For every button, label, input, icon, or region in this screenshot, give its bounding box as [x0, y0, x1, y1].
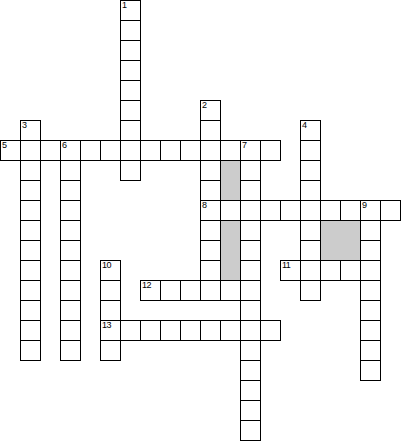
clue-number-12: 12	[142, 281, 151, 290]
numbers-layer: 12345678910111213	[0, 0, 401, 441]
clue-number-1: 1	[122, 1, 127, 10]
clue-number-5: 5	[2, 141, 7, 150]
clue-number-13: 13	[102, 321, 111, 330]
clue-number-8: 8	[202, 201, 207, 210]
clue-number-9: 9	[362, 201, 367, 210]
clue-number-4: 4	[302, 121, 307, 130]
crossword-grid: 12345678910111213	[0, 0, 401, 441]
clue-number-6: 6	[62, 141, 67, 150]
clue-number-2: 2	[202, 101, 207, 110]
clue-number-7: 7	[242, 141, 247, 150]
clue-number-11: 11	[282, 261, 290, 270]
clue-number-3: 3	[22, 121, 27, 130]
clue-number-10: 10	[102, 261, 111, 270]
